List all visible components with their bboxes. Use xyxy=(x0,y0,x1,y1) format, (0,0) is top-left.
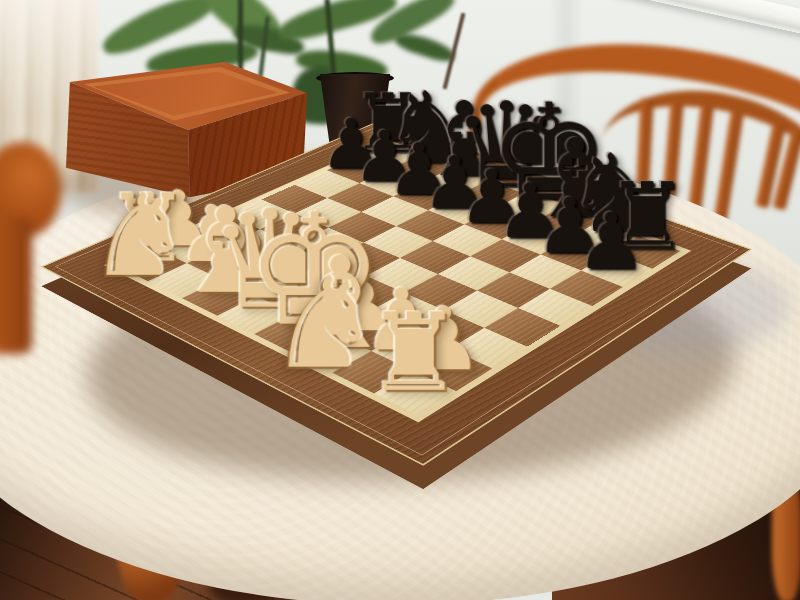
photo-scene: ♜♞♝♛♚♝♞♜♟♟♟♟♟♟♟♟♟♟♟♟♟♟♟♟♜♞♝♛♚♝♞♜ xyxy=(0,0,800,600)
chair-arm-post xyxy=(0,216,32,354)
black-pawn-h7[interactable]: ♟ xyxy=(576,205,627,279)
white-rook-h1[interactable]: ♜ xyxy=(366,302,425,404)
